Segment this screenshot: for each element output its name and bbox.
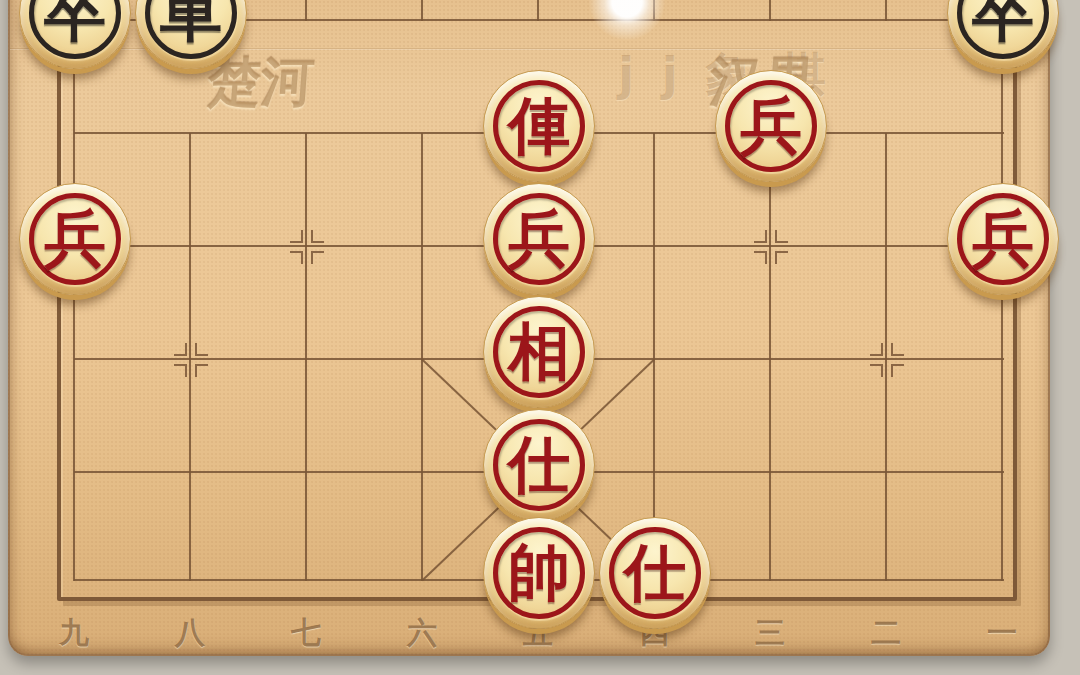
point-marker	[775, 251, 788, 264]
file-label-6: 六	[392, 615, 452, 651]
piece-black-soldier[interactable]: 卒	[19, 0, 131, 69]
piece-red-soldier[interactable]: 兵	[947, 183, 1059, 295]
point-marker	[290, 251, 303, 264]
point-marker	[870, 364, 883, 377]
piece-glyph: 兵	[20, 184, 130, 294]
piece-glyph: 帥	[484, 518, 594, 628]
piece-glyph: 俥	[484, 71, 594, 181]
point-marker	[891, 364, 904, 377]
xiangqi-app: 楚河 jj象棋 汉界 九八七六五四三二一 卒車卒俥兵兵兵兵相仕帥仕	[0, 0, 1080, 675]
piece-red-elephant[interactable]: 相	[483, 296, 595, 408]
piece-red-soldier[interactable]: 兵	[715, 70, 827, 182]
piece-red-general[interactable]: 帥	[483, 517, 595, 629]
piece-glyph: 卒	[948, 0, 1058, 68]
piece-red-advisor[interactable]: 仕	[599, 517, 711, 629]
point-marker	[891, 343, 904, 356]
file-label-9: 九	[44, 615, 104, 651]
point-marker	[754, 230, 767, 243]
piece-glyph: 仕	[484, 410, 594, 520]
point-marker	[775, 230, 788, 243]
piece-glyph: 相	[484, 297, 594, 407]
piece-black-soldier[interactable]: 卒	[947, 0, 1059, 69]
point-marker	[174, 364, 187, 377]
point-marker	[174, 343, 187, 356]
file-label-2: 二	[856, 615, 916, 651]
piece-black-chariot[interactable]: 車	[135, 0, 247, 69]
piece-glyph: 兵	[948, 184, 1058, 294]
xiangqi-board[interactable]: 楚河 jj象棋 汉界 九八七六五四三二一 卒車卒俥兵兵兵兵相仕帥仕	[8, 0, 1050, 656]
point-marker	[290, 230, 303, 243]
piece-red-chariot[interactable]: 俥	[483, 70, 595, 182]
point-marker	[311, 251, 324, 264]
piece-glyph: 卒	[20, 0, 130, 68]
file-label-3: 三	[740, 615, 800, 651]
piece-glyph: 仕	[600, 518, 710, 628]
file-label-8: 八	[160, 615, 220, 651]
piece-glyph: 兵	[484, 184, 594, 294]
piece-red-soldier[interactable]: 兵	[483, 183, 595, 295]
point-marker	[754, 251, 767, 264]
file-label-7: 七	[276, 615, 336, 651]
point-marker	[195, 343, 208, 356]
point-marker	[870, 343, 883, 356]
file-label-1: 一	[972, 615, 1032, 651]
piece-glyph: 車	[136, 0, 246, 68]
point-marker	[311, 230, 324, 243]
point-marker	[195, 364, 208, 377]
piece-glyph: 兵	[716, 71, 826, 181]
piece-red-soldier[interactable]: 兵	[19, 183, 131, 295]
piece-red-advisor[interactable]: 仕	[483, 409, 595, 521]
